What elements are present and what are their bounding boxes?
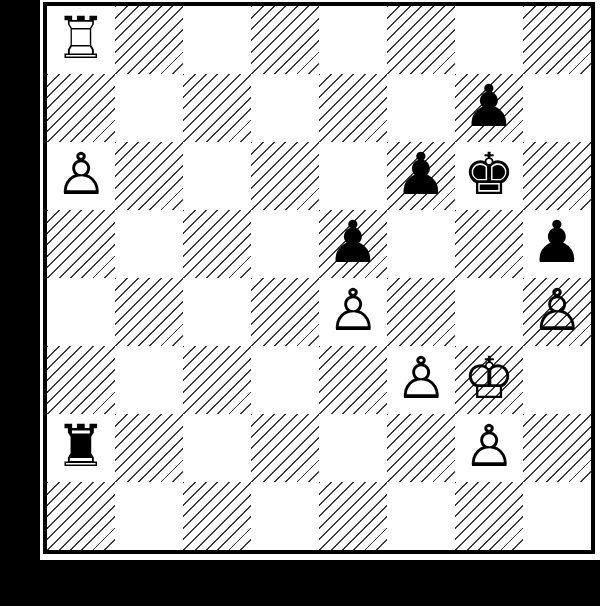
square-d2[interactable] bbox=[251, 414, 319, 482]
square-f4[interactable] bbox=[387, 278, 455, 346]
square-a1[interactable] bbox=[47, 482, 115, 550]
piece-black-rook[interactable]: ♜ bbox=[55, 412, 107, 480]
square-d5[interactable] bbox=[251, 210, 319, 278]
square-h6[interactable] bbox=[523, 142, 591, 210]
square-e7[interactable] bbox=[319, 74, 387, 142]
square-e3[interactable] bbox=[319, 346, 387, 414]
piece-white-pawn[interactable]: ♙ bbox=[395, 344, 447, 412]
square-c6[interactable] bbox=[183, 142, 251, 210]
square-a8[interactable]: ♖ bbox=[47, 6, 115, 74]
square-c8[interactable] bbox=[183, 6, 251, 74]
square-f1[interactable] bbox=[387, 482, 455, 550]
square-e4[interactable]: ♙ bbox=[319, 278, 387, 346]
piece-black-pawn[interactable]: ♟ bbox=[395, 140, 447, 208]
piece-white-pawn[interactable]: ♙ bbox=[531, 276, 583, 344]
square-a3[interactable] bbox=[47, 346, 115, 414]
diagram-background: ♖♟♙♟♚♟♟♙♙♙♔♜♙ bbox=[0, 0, 600, 606]
diagram-page: ♖♟♙♟♚♟♟♙♙♙♔♜♙ bbox=[40, 0, 600, 560]
square-d3[interactable] bbox=[251, 346, 319, 414]
piece-black-pawn[interactable]: ♟ bbox=[327, 208, 379, 276]
square-c4[interactable] bbox=[183, 278, 251, 346]
square-e8[interactable] bbox=[319, 6, 387, 74]
square-b1[interactable] bbox=[115, 482, 183, 550]
square-b5[interactable] bbox=[115, 210, 183, 278]
square-g2[interactable]: ♙ bbox=[455, 414, 523, 482]
square-f8[interactable] bbox=[387, 6, 455, 74]
square-b3[interactable] bbox=[115, 346, 183, 414]
square-f6[interactable]: ♟ bbox=[387, 142, 455, 210]
square-b6[interactable] bbox=[115, 142, 183, 210]
square-b8[interactable] bbox=[115, 6, 183, 74]
square-h1[interactable] bbox=[523, 482, 591, 550]
square-e6[interactable] bbox=[319, 142, 387, 210]
square-f5[interactable] bbox=[387, 210, 455, 278]
square-c2[interactable] bbox=[183, 414, 251, 482]
piece-white-pawn[interactable]: ♙ bbox=[55, 140, 107, 208]
square-f3[interactable]: ♙ bbox=[387, 346, 455, 414]
square-c5[interactable] bbox=[183, 210, 251, 278]
piece-white-pawn[interactable]: ♙ bbox=[327, 276, 379, 344]
square-d7[interactable] bbox=[251, 74, 319, 142]
square-d6[interactable] bbox=[251, 142, 319, 210]
square-h4[interactable]: ♙ bbox=[523, 278, 591, 346]
square-d1[interactable] bbox=[251, 482, 319, 550]
square-a2[interactable]: ♜ bbox=[47, 414, 115, 482]
square-c1[interactable] bbox=[183, 482, 251, 550]
square-b7[interactable] bbox=[115, 74, 183, 142]
chess-board: ♖♟♙♟♚♟♟♙♙♙♔♜♙ bbox=[43, 2, 595, 554]
square-g7[interactable]: ♟ bbox=[455, 74, 523, 142]
square-g4[interactable] bbox=[455, 278, 523, 346]
piece-black-pawn[interactable]: ♟ bbox=[531, 208, 583, 276]
square-a6[interactable]: ♙ bbox=[47, 142, 115, 210]
square-h8[interactable] bbox=[523, 6, 591, 74]
square-g5[interactable] bbox=[455, 210, 523, 278]
piece-black-king[interactable]: ♚ bbox=[463, 140, 515, 208]
square-e2[interactable] bbox=[319, 414, 387, 482]
piece-white-king[interactable]: ♔ bbox=[463, 344, 515, 412]
square-a7[interactable] bbox=[47, 74, 115, 142]
square-h3[interactable] bbox=[523, 346, 591, 414]
square-b4[interactable] bbox=[115, 278, 183, 346]
piece-white-pawn[interactable]: ♙ bbox=[463, 412, 515, 480]
square-h7[interactable] bbox=[523, 74, 591, 142]
square-h2[interactable] bbox=[523, 414, 591, 482]
square-g3[interactable]: ♔ bbox=[455, 346, 523, 414]
square-c7[interactable] bbox=[183, 74, 251, 142]
square-f7[interactable] bbox=[387, 74, 455, 142]
square-e1[interactable] bbox=[319, 482, 387, 550]
square-f2[interactable] bbox=[387, 414, 455, 482]
square-c3[interactable] bbox=[183, 346, 251, 414]
square-d4[interactable] bbox=[251, 278, 319, 346]
square-h5[interactable]: ♟ bbox=[523, 210, 591, 278]
square-a4[interactable] bbox=[47, 278, 115, 346]
square-g1[interactable] bbox=[455, 482, 523, 550]
square-e5[interactable]: ♟ bbox=[319, 210, 387, 278]
square-b2[interactable] bbox=[115, 414, 183, 482]
square-d8[interactable] bbox=[251, 6, 319, 74]
piece-white-rook[interactable]: ♖ bbox=[55, 4, 107, 72]
square-a5[interactable] bbox=[47, 210, 115, 278]
square-g6[interactable]: ♚ bbox=[455, 142, 523, 210]
piece-black-pawn[interactable]: ♟ bbox=[463, 72, 515, 140]
square-g8[interactable] bbox=[455, 6, 523, 74]
